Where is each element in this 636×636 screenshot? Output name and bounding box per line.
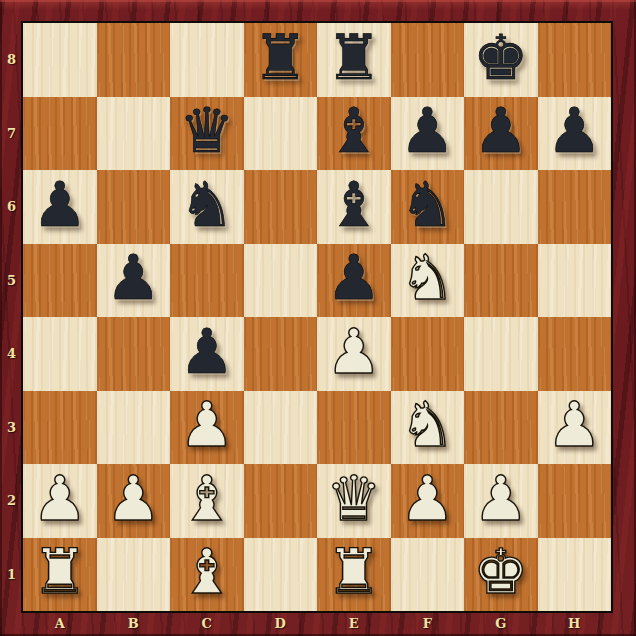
square-g3[interactable] xyxy=(464,391,538,465)
rank-label-1: 1 xyxy=(0,538,23,612)
piece-white-pawn[interactable]: ♟ xyxy=(546,394,602,456)
chess-board[interactable]: ♜♜♚♛♝♟♟♟♟♞♝♞♟♟♞♟♟♟♞♟♟♟♝♛♟♟♜♝♜♚ xyxy=(23,23,611,611)
rank-label-7: 7 xyxy=(0,97,23,171)
square-a8[interactable] xyxy=(23,23,97,97)
square-b5[interactable]: ♟ xyxy=(97,244,171,318)
square-b7[interactable] xyxy=(97,97,171,171)
rank-label-2: 2 xyxy=(0,464,23,538)
square-d8[interactable]: ♜ xyxy=(244,23,318,97)
piece-white-pawn[interactable]: ♟ xyxy=(473,468,529,530)
piece-black-bishop[interactable]: ♝ xyxy=(326,100,382,162)
piece-black-king[interactable]: ♚ xyxy=(473,27,529,89)
square-f2[interactable]: ♟ xyxy=(391,464,465,538)
square-h7[interactable]: ♟ xyxy=(538,97,612,171)
piece-white-pawn[interactable]: ♟ xyxy=(326,321,382,383)
file-label-c: C xyxy=(170,611,244,636)
square-e8[interactable]: ♜ xyxy=(317,23,391,97)
file-label-b: B xyxy=(97,611,171,636)
square-e7[interactable]: ♝ xyxy=(317,97,391,171)
piece-white-queen[interactable]: ♛ xyxy=(326,468,382,530)
square-d5[interactable] xyxy=(244,244,318,318)
square-g6[interactable] xyxy=(464,170,538,244)
square-b2[interactable]: ♟ xyxy=(97,464,171,538)
square-b6[interactable] xyxy=(97,170,171,244)
square-e2[interactable]: ♛ xyxy=(317,464,391,538)
file-label-d: D xyxy=(244,611,318,636)
piece-black-knight[interactable]: ♞ xyxy=(179,174,235,236)
square-a4[interactable] xyxy=(23,317,97,391)
rank-label-6: 6 xyxy=(0,170,23,244)
chess-diagram: ♜♜♚♛♝♟♟♟♟♞♝♞♟♟♞♟♟♟♞♟♟♟♝♛♟♟♜♝♜♚ 87654321 … xyxy=(0,0,636,636)
piece-black-pawn[interactable]: ♟ xyxy=(546,100,602,162)
file-label-g: G xyxy=(464,611,538,636)
file-label-e: E xyxy=(317,611,391,636)
rank-label-5: 5 xyxy=(0,244,23,318)
square-d4[interactable] xyxy=(244,317,318,391)
piece-white-pawn[interactable]: ♟ xyxy=(32,468,88,530)
square-f4[interactable] xyxy=(391,317,465,391)
piece-black-pawn[interactable]: ♟ xyxy=(105,247,161,309)
square-g2[interactable]: ♟ xyxy=(464,464,538,538)
square-c3[interactable]: ♟ xyxy=(170,391,244,465)
square-c7[interactable]: ♛ xyxy=(170,97,244,171)
piece-white-bishop[interactable]: ♝ xyxy=(179,541,235,603)
square-c2[interactable]: ♝ xyxy=(170,464,244,538)
square-b3[interactable] xyxy=(97,391,171,465)
piece-black-pawn[interactable]: ♟ xyxy=(32,174,88,236)
rank-label-8: 8 xyxy=(0,23,23,97)
square-b8[interactable] xyxy=(97,23,171,97)
square-f6[interactable]: ♞ xyxy=(391,170,465,244)
rank-label-4: 4 xyxy=(0,317,23,391)
square-f3[interactable]: ♞ xyxy=(391,391,465,465)
piece-white-bishop[interactable]: ♝ xyxy=(179,468,235,530)
square-g5[interactable] xyxy=(464,244,538,318)
square-a5[interactable] xyxy=(23,244,97,318)
rank-label-3: 3 xyxy=(0,391,23,465)
file-label-a: A xyxy=(23,611,97,636)
piece-black-rook[interactable]: ♜ xyxy=(252,27,308,89)
piece-white-rook[interactable]: ♜ xyxy=(326,541,382,603)
square-e5[interactable]: ♟ xyxy=(317,244,391,318)
square-h1[interactable] xyxy=(538,538,612,612)
square-g7[interactable]: ♟ xyxy=(464,97,538,171)
rank-labels: 87654321 xyxy=(0,23,23,611)
square-b4[interactable] xyxy=(97,317,171,391)
square-h3[interactable]: ♟ xyxy=(538,391,612,465)
square-g4[interactable] xyxy=(464,317,538,391)
square-h4[interactable] xyxy=(538,317,612,391)
square-e4[interactable]: ♟ xyxy=(317,317,391,391)
square-h2[interactable] xyxy=(538,464,612,538)
square-h6[interactable] xyxy=(538,170,612,244)
square-a1[interactable]: ♜ xyxy=(23,538,97,612)
square-f5[interactable]: ♞ xyxy=(391,244,465,318)
piece-black-pawn[interactable]: ♟ xyxy=(326,247,382,309)
square-e1[interactable]: ♜ xyxy=(317,538,391,612)
piece-black-knight[interactable]: ♞ xyxy=(399,174,455,236)
square-g1[interactable]: ♚ xyxy=(464,538,538,612)
piece-black-bishop[interactable]: ♝ xyxy=(326,174,382,236)
square-d3[interactable] xyxy=(244,391,318,465)
square-c8[interactable] xyxy=(170,23,244,97)
piece-white-king[interactable]: ♚ xyxy=(473,541,529,603)
square-a7[interactable] xyxy=(23,97,97,171)
square-e3[interactable] xyxy=(317,391,391,465)
square-c1[interactable]: ♝ xyxy=(170,538,244,612)
square-a3[interactable] xyxy=(23,391,97,465)
square-f1[interactable] xyxy=(391,538,465,612)
file-label-h: H xyxy=(538,611,612,636)
piece-black-pawn[interactable]: ♟ xyxy=(179,321,235,383)
square-h8[interactable] xyxy=(538,23,612,97)
piece-white-knight[interactable]: ♞ xyxy=(399,394,455,456)
square-c6[interactable]: ♞ xyxy=(170,170,244,244)
square-b1[interactable] xyxy=(97,538,171,612)
square-g8[interactable]: ♚ xyxy=(464,23,538,97)
piece-black-queen[interactable]: ♛ xyxy=(179,100,235,162)
square-a6[interactable]: ♟ xyxy=(23,170,97,244)
piece-white-pawn[interactable]: ♟ xyxy=(399,468,455,530)
square-h5[interactable] xyxy=(538,244,612,318)
piece-white-pawn[interactable]: ♟ xyxy=(179,394,235,456)
file-label-f: F xyxy=(391,611,465,636)
piece-white-rook[interactable]: ♜ xyxy=(32,541,88,603)
piece-white-pawn[interactable]: ♟ xyxy=(105,468,161,530)
piece-black-pawn[interactable]: ♟ xyxy=(399,100,455,162)
square-c4[interactable]: ♟ xyxy=(170,317,244,391)
square-d6[interactable] xyxy=(244,170,318,244)
piece-white-knight[interactable]: ♞ xyxy=(399,247,455,309)
square-d2[interactable] xyxy=(244,464,318,538)
square-a2[interactable]: ♟ xyxy=(23,464,97,538)
piece-black-rook[interactable]: ♜ xyxy=(326,27,382,89)
square-d1[interactable] xyxy=(244,538,318,612)
piece-black-pawn[interactable]: ♟ xyxy=(473,100,529,162)
square-d7[interactable] xyxy=(244,97,318,171)
square-c5[interactable] xyxy=(170,244,244,318)
square-f7[interactable]: ♟ xyxy=(391,97,465,171)
square-e6[interactable]: ♝ xyxy=(317,170,391,244)
file-labels: ABCDEFGH xyxy=(23,611,611,636)
square-f8[interactable] xyxy=(391,23,465,97)
